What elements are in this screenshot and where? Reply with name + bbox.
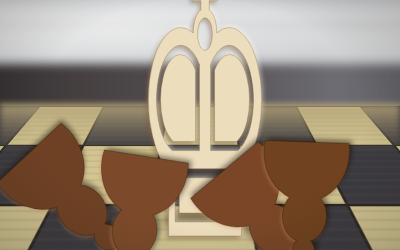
- vignette-overlay: [0, 0, 400, 250]
- chess-scene-photo: ♚♟♟♟♟: [0, 0, 400, 250]
